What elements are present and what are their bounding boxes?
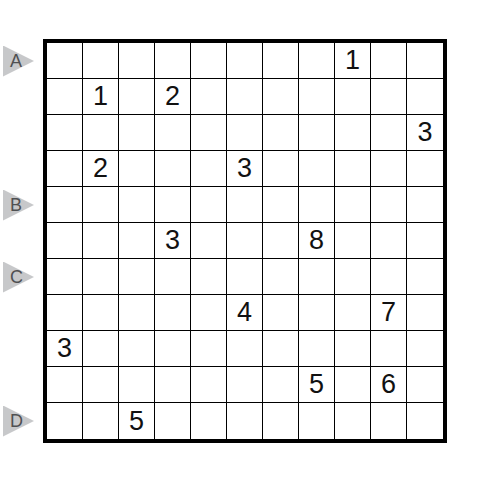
- cell-r1c4[interactable]: [155, 43, 191, 79]
- cell-r1c7[interactable]: [263, 43, 299, 79]
- puzzle-board: 11232338473565: [43, 39, 447, 443]
- cell-r3c10[interactable]: [371, 115, 407, 151]
- cell-r2c7[interactable]: [263, 79, 299, 115]
- cell-r4c6-given: 3: [227, 151, 263, 187]
- cell-r5c7[interactable]: [263, 187, 299, 223]
- cell-r7c3[interactable]: [119, 259, 155, 295]
- cell-r1c1[interactable]: [47, 43, 83, 79]
- cell-r5c4[interactable]: [155, 187, 191, 223]
- cell-r4c3[interactable]: [119, 151, 155, 187]
- cell-r4c2-given: 2: [83, 151, 119, 187]
- cell-r3c1[interactable]: [47, 115, 83, 151]
- cell-r10c6[interactable]: [227, 367, 263, 403]
- cell-r2c6[interactable]: [227, 79, 263, 115]
- cell-r11c11[interactable]: [407, 403, 443, 439]
- cell-r1c6[interactable]: [227, 43, 263, 79]
- cell-r9c7[interactable]: [263, 331, 299, 367]
- cell-r10c5[interactable]: [191, 367, 227, 403]
- cell-r2c3[interactable]: [119, 79, 155, 115]
- cell-r6c3[interactable]: [119, 223, 155, 259]
- cell-r3c2[interactable]: [83, 115, 119, 151]
- cell-r5c11[interactable]: [407, 187, 443, 223]
- cell-r6c9[interactable]: [335, 223, 371, 259]
- cell-r9c2[interactable]: [83, 331, 119, 367]
- cell-r6c8-given: 8: [299, 223, 335, 259]
- cell-r2c4-given: 2: [155, 79, 191, 115]
- cell-r3c8[interactable]: [299, 115, 335, 151]
- cell-r1c10[interactable]: [371, 43, 407, 79]
- cell-r5c8[interactable]: [299, 187, 335, 223]
- cell-r9c10[interactable]: [371, 331, 407, 367]
- cell-r6c5[interactable]: [191, 223, 227, 259]
- cell-r6c2[interactable]: [83, 223, 119, 259]
- cell-r3c7[interactable]: [263, 115, 299, 151]
- cell-r11c2[interactable]: [83, 403, 119, 439]
- cell-r6c4-given: 3: [155, 223, 191, 259]
- answer-row-label: C: [10, 267, 23, 288]
- answer-row-label: B: [10, 195, 22, 216]
- cell-r1c3[interactable]: [119, 43, 155, 79]
- cell-r9c5[interactable]: [191, 331, 227, 367]
- cell-r4c5[interactable]: [191, 151, 227, 187]
- cell-r2c5[interactable]: [191, 79, 227, 115]
- cell-r10c8-given: 5: [299, 367, 335, 403]
- cell-r3c4[interactable]: [155, 115, 191, 151]
- cell-r4c9[interactable]: [335, 151, 371, 187]
- cell-r10c7[interactable]: [263, 367, 299, 403]
- cell-r8c6-given: 4: [227, 295, 263, 331]
- cell-r2c1[interactable]: [47, 79, 83, 115]
- cell-r3c3[interactable]: [119, 115, 155, 151]
- cell-r7c7[interactable]: [263, 259, 299, 295]
- cell-r4c1[interactable]: [47, 151, 83, 187]
- cell-r10c1[interactable]: [47, 367, 83, 403]
- cell-r4c10[interactable]: [371, 151, 407, 187]
- cell-r10c3[interactable]: [119, 367, 155, 403]
- cell-r10c9[interactable]: [335, 367, 371, 403]
- cell-r10c2[interactable]: [83, 367, 119, 403]
- cell-r5c9[interactable]: [335, 187, 371, 223]
- cell-r3c6[interactable]: [227, 115, 263, 151]
- cell-r9c3[interactable]: [119, 331, 155, 367]
- cell-r8c2[interactable]: [83, 295, 119, 331]
- cell-r4c8[interactable]: [299, 151, 335, 187]
- cell-r5c3[interactable]: [119, 187, 155, 223]
- cell-r9c1-given: 3: [47, 331, 83, 367]
- cell-r3c11-given: 3: [407, 115, 443, 151]
- cell-r1c5[interactable]: [191, 43, 227, 79]
- answer-row-arrow-C: C: [3, 262, 34, 293]
- cell-r5c5[interactable]: [191, 187, 227, 223]
- cell-r10c4[interactable]: [155, 367, 191, 403]
- cell-r9c4[interactable]: [155, 331, 191, 367]
- cell-r7c5[interactable]: [191, 259, 227, 295]
- cell-r8c5[interactable]: [191, 295, 227, 331]
- cell-r2c2-given: 1: [83, 79, 119, 115]
- cell-r8c11[interactable]: [407, 295, 443, 331]
- cell-r6c11[interactable]: [407, 223, 443, 259]
- cell-r7c4[interactable]: [155, 259, 191, 295]
- cell-r11c8[interactable]: [299, 403, 335, 439]
- cell-r4c11[interactable]: [407, 151, 443, 187]
- cell-r11c3-given: 5: [119, 403, 155, 439]
- answer-row-label: A: [10, 51, 22, 72]
- cell-r8c10-given: 7: [371, 295, 407, 331]
- cell-r10c10-given: 6: [371, 367, 407, 403]
- cell-r11c10[interactable]: [371, 403, 407, 439]
- cell-r4c4[interactable]: [155, 151, 191, 187]
- cell-r6c1[interactable]: [47, 223, 83, 259]
- cell-r2c11[interactable]: [407, 79, 443, 115]
- cell-r9c11[interactable]: [407, 331, 443, 367]
- cell-r11c1[interactable]: [47, 403, 83, 439]
- cell-r9c9[interactable]: [335, 331, 371, 367]
- cell-r8c1[interactable]: [47, 295, 83, 331]
- answer-row-arrow-A: A: [3, 46, 34, 77]
- cell-r11c9[interactable]: [335, 403, 371, 439]
- cell-r5c2[interactable]: [83, 187, 119, 223]
- cell-r7c2[interactable]: [83, 259, 119, 295]
- cell-r5c6[interactable]: [227, 187, 263, 223]
- cell-r11c6[interactable]: [227, 403, 263, 439]
- cell-r8c4[interactable]: [155, 295, 191, 331]
- cell-r1c8[interactable]: [299, 43, 335, 79]
- cell-r2c9[interactable]: [335, 79, 371, 115]
- cell-r6c7[interactable]: [263, 223, 299, 259]
- answer-row-label: D: [10, 411, 23, 432]
- cell-r4c7[interactable]: [263, 151, 299, 187]
- puzzle-page: 11232338473565 ABCD: [0, 0, 488, 482]
- cell-r11c4[interactable]: [155, 403, 191, 439]
- answer-row-arrow-B: B: [3, 190, 34, 221]
- cell-r5c1[interactable]: [47, 187, 83, 223]
- cell-r11c5[interactable]: [191, 403, 227, 439]
- cell-r8c8[interactable]: [299, 295, 335, 331]
- cell-r3c5[interactable]: [191, 115, 227, 151]
- cell-r10c11[interactable]: [407, 367, 443, 403]
- cell-r1c2[interactable]: [83, 43, 119, 79]
- cell-r9c6[interactable]: [227, 331, 263, 367]
- cell-r1c11[interactable]: [407, 43, 443, 79]
- cell-r8c9[interactable]: [335, 295, 371, 331]
- cell-r6c10[interactable]: [371, 223, 407, 259]
- cell-r11c7[interactable]: [263, 403, 299, 439]
- cell-r8c3[interactable]: [119, 295, 155, 331]
- cell-r5c10[interactable]: [371, 187, 407, 223]
- cell-r3c9[interactable]: [335, 115, 371, 151]
- cell-r7c11[interactable]: [407, 259, 443, 295]
- cell-r2c8[interactable]: [299, 79, 335, 115]
- cell-r1c9-given: 1: [335, 43, 371, 79]
- cell-r7c8[interactable]: [299, 259, 335, 295]
- cell-r7c9[interactable]: [335, 259, 371, 295]
- cell-r7c10[interactable]: [371, 259, 407, 295]
- cell-r7c6[interactable]: [227, 259, 263, 295]
- cell-r6c6[interactable]: [227, 223, 263, 259]
- cell-r7c1[interactable]: [47, 259, 83, 295]
- cell-r9c8[interactable]: [299, 331, 335, 367]
- cell-r8c7[interactable]: [263, 295, 299, 331]
- answer-row-arrow-D: D: [3, 406, 34, 437]
- cell-r2c10[interactable]: [371, 79, 407, 115]
